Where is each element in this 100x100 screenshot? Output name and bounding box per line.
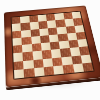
square-d7 [38, 21, 48, 29]
square-a2 [14, 61, 24, 70]
square-a6 [12, 30, 21, 38]
square-b1 [24, 68, 35, 78]
square-a4 [13, 45, 23, 54]
chess-board [4, 6, 100, 88]
square-d5 [40, 35, 50, 43]
square-g2 [71, 55, 82, 64]
square-h7 [73, 18, 83, 25]
square-f2 [61, 56, 72, 65]
square-g3 [69, 47, 80, 56]
square-a8 [12, 17, 21, 24]
square-e3 [51, 49, 62, 58]
square-g6 [65, 26, 75, 34]
square-b4 [22, 44, 32, 53]
square-b3 [23, 52, 33, 61]
board-inner-border [11, 11, 95, 80]
square-c2 [33, 59, 44, 68]
square-h5 [76, 32, 87, 40]
square-c6 [30, 29, 40, 37]
square-h3 [79, 46, 90, 55]
square-d2 [42, 58, 53, 67]
square-e6 [48, 27, 58, 35]
square-g1 [72, 63, 83, 72]
board-grid [12, 12, 94, 79]
square-d1 [43, 66, 54, 76]
square-f1 [63, 64, 74, 73]
photo-background [0, 0, 100, 100]
square-b5 [22, 37, 32, 45]
square-h2 [80, 54, 91, 63]
square-c4 [31, 43, 41, 52]
square-a1 [14, 69, 24, 79]
square-b7 [21, 23, 30, 31]
square-f5 [58, 33, 68, 41]
board-frame [4, 6, 100, 88]
square-e8 [46, 14, 56, 21]
square-f7 [56, 20, 66, 28]
square-d3 [42, 50, 52, 59]
square-e2 [52, 57, 63, 66]
square-e4 [50, 41, 60, 49]
square-c1 [34, 67, 45, 77]
square-a5 [13, 37, 23, 45]
square-b2 [23, 60, 33, 69]
square-c8 [29, 15, 38, 22]
square-e1 [53, 65, 64, 75]
square-f3 [60, 48, 71, 57]
square-g8 [63, 12, 73, 19]
square-h4 [77, 39, 88, 47]
square-c3 [32, 51, 42, 60]
square-h1 [82, 62, 93, 71]
square-a3 [13, 53, 23, 62]
square-g4 [68, 40, 79, 48]
